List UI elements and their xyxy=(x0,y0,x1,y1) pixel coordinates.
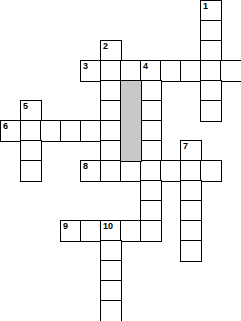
cell[interactable] xyxy=(200,80,222,102)
cell[interactable] xyxy=(160,160,182,182)
cell[interactable] xyxy=(180,160,202,182)
cell[interactable] xyxy=(100,220,122,242)
cell[interactable] xyxy=(200,100,222,122)
cell[interactable] xyxy=(60,220,82,242)
cell[interactable] xyxy=(0,120,22,142)
cell[interactable] xyxy=(200,40,222,62)
cell[interactable] xyxy=(200,160,222,182)
cell[interactable] xyxy=(120,60,142,82)
cell[interactable] xyxy=(20,140,42,162)
cell[interactable] xyxy=(20,100,42,122)
cell[interactable] xyxy=(100,80,122,102)
cell[interactable] xyxy=(180,220,202,242)
shaded-answer-strip[interactable] xyxy=(120,80,142,162)
cell[interactable] xyxy=(100,240,122,262)
cell[interactable] xyxy=(140,140,162,162)
cell[interactable] xyxy=(180,240,202,262)
cell[interactable] xyxy=(180,180,202,202)
cell[interactable] xyxy=(140,180,162,202)
cell[interactable] xyxy=(160,60,182,82)
cell[interactable] xyxy=(120,160,142,182)
cell[interactable] xyxy=(100,160,122,182)
cell[interactable] xyxy=(140,200,162,222)
cell[interactable] xyxy=(120,220,142,242)
cell[interactable] xyxy=(100,40,122,62)
cell[interactable] xyxy=(80,120,102,142)
cell[interactable] xyxy=(180,200,202,222)
cell[interactable] xyxy=(20,120,42,142)
cell[interactable] xyxy=(140,120,162,142)
cell[interactable] xyxy=(100,120,122,142)
cell[interactable] xyxy=(100,60,122,82)
cell[interactable] xyxy=(140,60,162,82)
cell[interactable] xyxy=(140,100,162,122)
cell[interactable] xyxy=(140,80,162,102)
cell[interactable] xyxy=(80,60,102,82)
cell[interactable] xyxy=(200,0,222,22)
cell[interactable] xyxy=(100,300,122,321)
cell[interactable] xyxy=(100,100,122,122)
cell[interactable] xyxy=(220,60,241,82)
cell[interactable] xyxy=(140,220,162,242)
cell[interactable] xyxy=(60,120,82,142)
cell[interactable] xyxy=(200,20,222,42)
cell[interactable] xyxy=(20,160,42,182)
cell[interactable] xyxy=(180,140,202,162)
cell[interactable] xyxy=(80,160,102,182)
cell[interactable] xyxy=(40,120,62,142)
cell[interactable] xyxy=(200,60,222,82)
cell[interactable] xyxy=(80,220,102,242)
cell[interactable] xyxy=(100,280,122,302)
cell[interactable] xyxy=(100,260,122,282)
cell[interactable] xyxy=(180,60,202,82)
cell[interactable] xyxy=(140,160,162,182)
crossword-board: 12345678910 xyxy=(0,0,241,321)
cell[interactable] xyxy=(100,140,122,162)
